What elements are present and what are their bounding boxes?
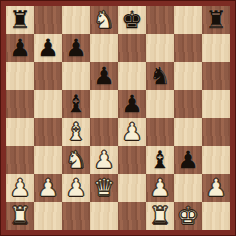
square-h8[interactable]: ♜ — [202, 6, 230, 34]
piece-black-bishop[interactable]: ♝ — [149, 146, 171, 174]
square-d6[interactable]: ♟ — [90, 62, 118, 90]
square-h4[interactable] — [202, 118, 230, 146]
square-g5[interactable] — [174, 90, 202, 118]
piece-black-rook[interactable]: ♜ — [205, 6, 227, 34]
piece-white-rook[interactable]: ♜ — [9, 202, 31, 230]
piece-white-bishop[interactable]: ♝ — [65, 118, 87, 146]
piece-white-knight[interactable]: ♞ — [93, 6, 115, 34]
square-f4[interactable] — [146, 118, 174, 146]
piece-black-pawn[interactable]: ♟ — [177, 146, 199, 174]
piece-black-pawn[interactable]: ♟ — [121, 90, 143, 118]
piece-black-king[interactable]: ♚ — [121, 6, 143, 34]
square-f6[interactable]: ♞ — [146, 62, 174, 90]
square-g6[interactable] — [174, 62, 202, 90]
square-b3[interactable] — [34, 146, 62, 174]
square-e6[interactable] — [118, 62, 146, 90]
square-f1[interactable]: ♜ — [146, 202, 174, 230]
square-c3[interactable]: ♞ — [62, 146, 90, 174]
square-c2[interactable]: ♟ — [62, 174, 90, 202]
piece-white-pawn[interactable]: ♟ — [65, 174, 87, 202]
square-e8[interactable]: ♚ — [118, 6, 146, 34]
piece-white-king[interactable]: ♚ — [177, 202, 199, 230]
piece-white-pawn[interactable]: ♟ — [149, 174, 171, 202]
square-c4[interactable]: ♝ — [62, 118, 90, 146]
square-c5[interactable]: ♝ — [62, 90, 90, 118]
piece-black-pawn[interactable]: ♟ — [9, 34, 31, 62]
square-d5[interactable] — [90, 90, 118, 118]
square-e4[interactable]: ♟ — [118, 118, 146, 146]
square-e5[interactable]: ♟ — [118, 90, 146, 118]
piece-black-knight[interactable]: ♞ — [149, 62, 171, 90]
square-h1[interactable] — [202, 202, 230, 230]
square-e3[interactable] — [118, 146, 146, 174]
piece-white-pawn[interactable]: ♟ — [93, 146, 115, 174]
piece-white-rook[interactable]: ♜ — [149, 202, 171, 230]
piece-black-pawn[interactable]: ♟ — [65, 34, 87, 62]
square-e7[interactable] — [118, 34, 146, 62]
square-d3[interactable]: ♟ — [90, 146, 118, 174]
square-a1[interactable]: ♜ — [6, 202, 34, 230]
piece-white-pawn[interactable]: ♟ — [205, 174, 227, 202]
square-h5[interactable] — [202, 90, 230, 118]
square-d4[interactable] — [90, 118, 118, 146]
square-g8[interactable] — [174, 6, 202, 34]
square-h7[interactable] — [202, 34, 230, 62]
square-g4[interactable] — [174, 118, 202, 146]
square-b7[interactable]: ♟ — [34, 34, 62, 62]
square-b2[interactable]: ♟ — [34, 174, 62, 202]
square-c1[interactable] — [62, 202, 90, 230]
square-c8[interactable] — [62, 6, 90, 34]
square-a2[interactable]: ♟ — [6, 174, 34, 202]
square-e2[interactable] — [118, 174, 146, 202]
square-h3[interactable] — [202, 146, 230, 174]
square-g7[interactable] — [174, 34, 202, 62]
square-g1[interactable]: ♚ — [174, 202, 202, 230]
square-c6[interactable] — [62, 62, 90, 90]
piece-white-queen[interactable]: ♛ — [93, 174, 115, 202]
square-b6[interactable] — [34, 62, 62, 90]
square-a6[interactable] — [6, 62, 34, 90]
square-a4[interactable] — [6, 118, 34, 146]
piece-black-pawn[interactable]: ♟ — [37, 34, 59, 62]
square-d8[interactable]: ♞ — [90, 6, 118, 34]
piece-white-pawn[interactable]: ♟ — [37, 174, 59, 202]
board-frame: ♜♞♚♜♟♟♟♟♞♝♟♝♟♞♟♝♟♟♟♟♛♟♟♜♜♚ — [0, 0, 236, 236]
square-g3[interactable]: ♟ — [174, 146, 202, 174]
square-e1[interactable] — [118, 202, 146, 230]
square-f7[interactable] — [146, 34, 174, 62]
square-g2[interactable] — [174, 174, 202, 202]
square-d2[interactable]: ♛ — [90, 174, 118, 202]
square-a3[interactable] — [6, 146, 34, 174]
square-f5[interactable] — [146, 90, 174, 118]
square-a8[interactable]: ♜ — [6, 6, 34, 34]
square-d1[interactable] — [90, 202, 118, 230]
square-b4[interactable] — [34, 118, 62, 146]
piece-black-rook[interactable]: ♜ — [9, 6, 31, 34]
square-f8[interactable] — [146, 6, 174, 34]
square-a5[interactable] — [6, 90, 34, 118]
piece-black-pawn[interactable]: ♟ — [93, 62, 115, 90]
square-f2[interactable]: ♟ — [146, 174, 174, 202]
square-h2[interactable]: ♟ — [202, 174, 230, 202]
square-b1[interactable] — [34, 202, 62, 230]
square-f3[interactable]: ♝ — [146, 146, 174, 174]
square-b5[interactable] — [34, 90, 62, 118]
square-h6[interactable] — [202, 62, 230, 90]
piece-white-knight[interactable]: ♞ — [65, 146, 87, 174]
square-a7[interactable]: ♟ — [6, 34, 34, 62]
piece-black-bishop[interactable]: ♝ — [65, 90, 87, 118]
chess-board: ♜♞♚♜♟♟♟♟♞♝♟♝♟♞♟♝♟♟♟♟♛♟♟♜♜♚ — [6, 6, 230, 230]
square-c7[interactable]: ♟ — [62, 34, 90, 62]
piece-white-pawn[interactable]: ♟ — [9, 174, 31, 202]
piece-white-pawn[interactable]: ♟ — [121, 118, 143, 146]
square-d7[interactable] — [90, 34, 118, 62]
square-b8[interactable] — [34, 6, 62, 34]
